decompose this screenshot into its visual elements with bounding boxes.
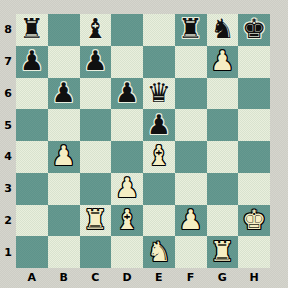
square-c3[interactable] (80, 173, 112, 205)
square-b7[interactable] (48, 46, 80, 78)
piece-black-king: ♚ (242, 15, 266, 42)
square-a8[interactable]: ♜ (16, 14, 48, 46)
piece-black-rook: ♜ (179, 15, 203, 42)
square-d8[interactable] (111, 14, 143, 46)
file-label-f: F (175, 268, 207, 286)
square-c4[interactable] (80, 141, 112, 173)
piece-white-pawn: ♟ (210, 47, 234, 74)
square-b6[interactable]: ♟ (48, 78, 80, 110)
square-d5[interactable] (111, 109, 143, 141)
file-labels: ABCDEFGH (16, 268, 270, 286)
square-e7[interactable] (143, 46, 175, 78)
square-h6[interactable] (238, 78, 270, 110)
rank-label-3: 3 (0, 173, 16, 205)
rank-label-6: 6 (0, 78, 16, 110)
square-a5[interactable] (16, 109, 48, 141)
square-g7[interactable]: ♟ (207, 46, 239, 78)
square-f7[interactable] (175, 46, 207, 78)
square-e6[interactable]: ♛ (143, 78, 175, 110)
rank-label-4: 4 (0, 141, 16, 173)
file-label-a: A (16, 268, 48, 286)
square-d4[interactable] (111, 141, 143, 173)
square-g6[interactable] (207, 78, 239, 110)
square-f1[interactable] (175, 236, 207, 268)
square-b1[interactable] (48, 236, 80, 268)
file-label-d: D (111, 268, 143, 286)
rank-label-2: 2 (0, 205, 16, 237)
square-c2[interactable]: ♜ (80, 205, 112, 237)
square-h3[interactable] (238, 173, 270, 205)
piece-black-queen: ♛ (147, 79, 171, 106)
square-d1[interactable] (111, 236, 143, 268)
square-e2[interactable] (143, 205, 175, 237)
square-b4[interactable]: ♟ (48, 141, 80, 173)
rank-label-7: 7 (0, 46, 16, 78)
square-e8[interactable] (143, 14, 175, 46)
square-a3[interactable] (16, 173, 48, 205)
square-c8[interactable]: ♝ (80, 14, 112, 46)
square-f8[interactable]: ♜ (175, 14, 207, 46)
square-c5[interactable] (80, 109, 112, 141)
square-a1[interactable] (16, 236, 48, 268)
square-a7[interactable]: ♟ (16, 46, 48, 78)
rank-label-8: 8 (0, 14, 16, 46)
square-c6[interactable] (80, 78, 112, 110)
square-d6[interactable]: ♟ (111, 78, 143, 110)
piece-black-bishop: ♝ (83, 15, 107, 42)
piece-black-rook: ♜ (20, 15, 44, 42)
file-label-h: H (238, 268, 270, 286)
piece-white-rook: ♜ (83, 206, 107, 233)
square-e1[interactable]: ♞ (143, 236, 175, 268)
piece-white-rook: ♜ (210, 238, 234, 265)
square-f2[interactable]: ♟ (175, 205, 207, 237)
square-b2[interactable] (48, 205, 80, 237)
square-d3[interactable]: ♟ (111, 173, 143, 205)
piece-white-bishop: ♝ (115, 206, 139, 233)
square-h7[interactable] (238, 46, 270, 78)
piece-black-knight: ♞ (210, 15, 234, 42)
piece-white-pawn: ♟ (179, 206, 203, 233)
square-g4[interactable] (207, 141, 239, 173)
square-e5[interactable]: ♟ (143, 109, 175, 141)
square-c1[interactable] (80, 236, 112, 268)
chess-board: ♜♝♜♞♚♟♟♟♟♟♛♟♟♝♟♜♝♟♚♞♜ (16, 14, 270, 268)
square-h8[interactable]: ♚ (238, 14, 270, 46)
square-f4[interactable] (175, 141, 207, 173)
piece-black-pawn: ♟ (115, 79, 139, 106)
square-f5[interactable] (175, 109, 207, 141)
rank-label-1: 1 (0, 236, 16, 268)
square-b5[interactable] (48, 109, 80, 141)
square-c7[interactable]: ♟ (80, 46, 112, 78)
chess-app-window: 87654321 ♜♝♜♞♚♟♟♟♟♟♛♟♟♝♟♜♝♟♚♞♜ ABCDEFGH (0, 0, 288, 288)
square-f6[interactable] (175, 78, 207, 110)
rank-label-5: 5 (0, 109, 16, 141)
square-g2[interactable] (207, 205, 239, 237)
piece-black-pawn: ♟ (147, 111, 171, 138)
piece-black-pawn: ♟ (83, 47, 107, 74)
square-a6[interactable] (16, 78, 48, 110)
square-e3[interactable] (143, 173, 175, 205)
piece-black-pawn: ♟ (20, 47, 44, 74)
piece-white-knight: ♞ (147, 238, 171, 265)
file-label-c: C (80, 268, 112, 286)
square-d2[interactable]: ♝ (111, 205, 143, 237)
piece-white-pawn: ♟ (115, 174, 139, 201)
piece-white-pawn: ♟ (52, 142, 76, 169)
square-f3[interactable] (175, 173, 207, 205)
square-b3[interactable] (48, 173, 80, 205)
square-h5[interactable] (238, 109, 270, 141)
file-label-e: E (143, 268, 175, 286)
square-h4[interactable] (238, 141, 270, 173)
piece-white-bishop: ♝ (147, 142, 171, 169)
square-d7[interactable] (111, 46, 143, 78)
square-a2[interactable] (16, 205, 48, 237)
square-b8[interactable] (48, 14, 80, 46)
rank-labels: 87654321 (0, 14, 16, 268)
square-g1[interactable]: ♜ (207, 236, 239, 268)
file-label-g: G (207, 268, 239, 286)
square-g8[interactable]: ♞ (207, 14, 239, 46)
square-a4[interactable] (16, 141, 48, 173)
piece-white-king: ♚ (242, 206, 266, 233)
square-g5[interactable] (207, 109, 239, 141)
square-h1[interactable] (238, 236, 270, 268)
square-g3[interactable] (207, 173, 239, 205)
piece-black-pawn: ♟ (52, 79, 76, 106)
square-h2[interactable]: ♚ (238, 205, 270, 237)
square-e4[interactable]: ♝ (143, 141, 175, 173)
file-label-b: B (48, 268, 80, 286)
